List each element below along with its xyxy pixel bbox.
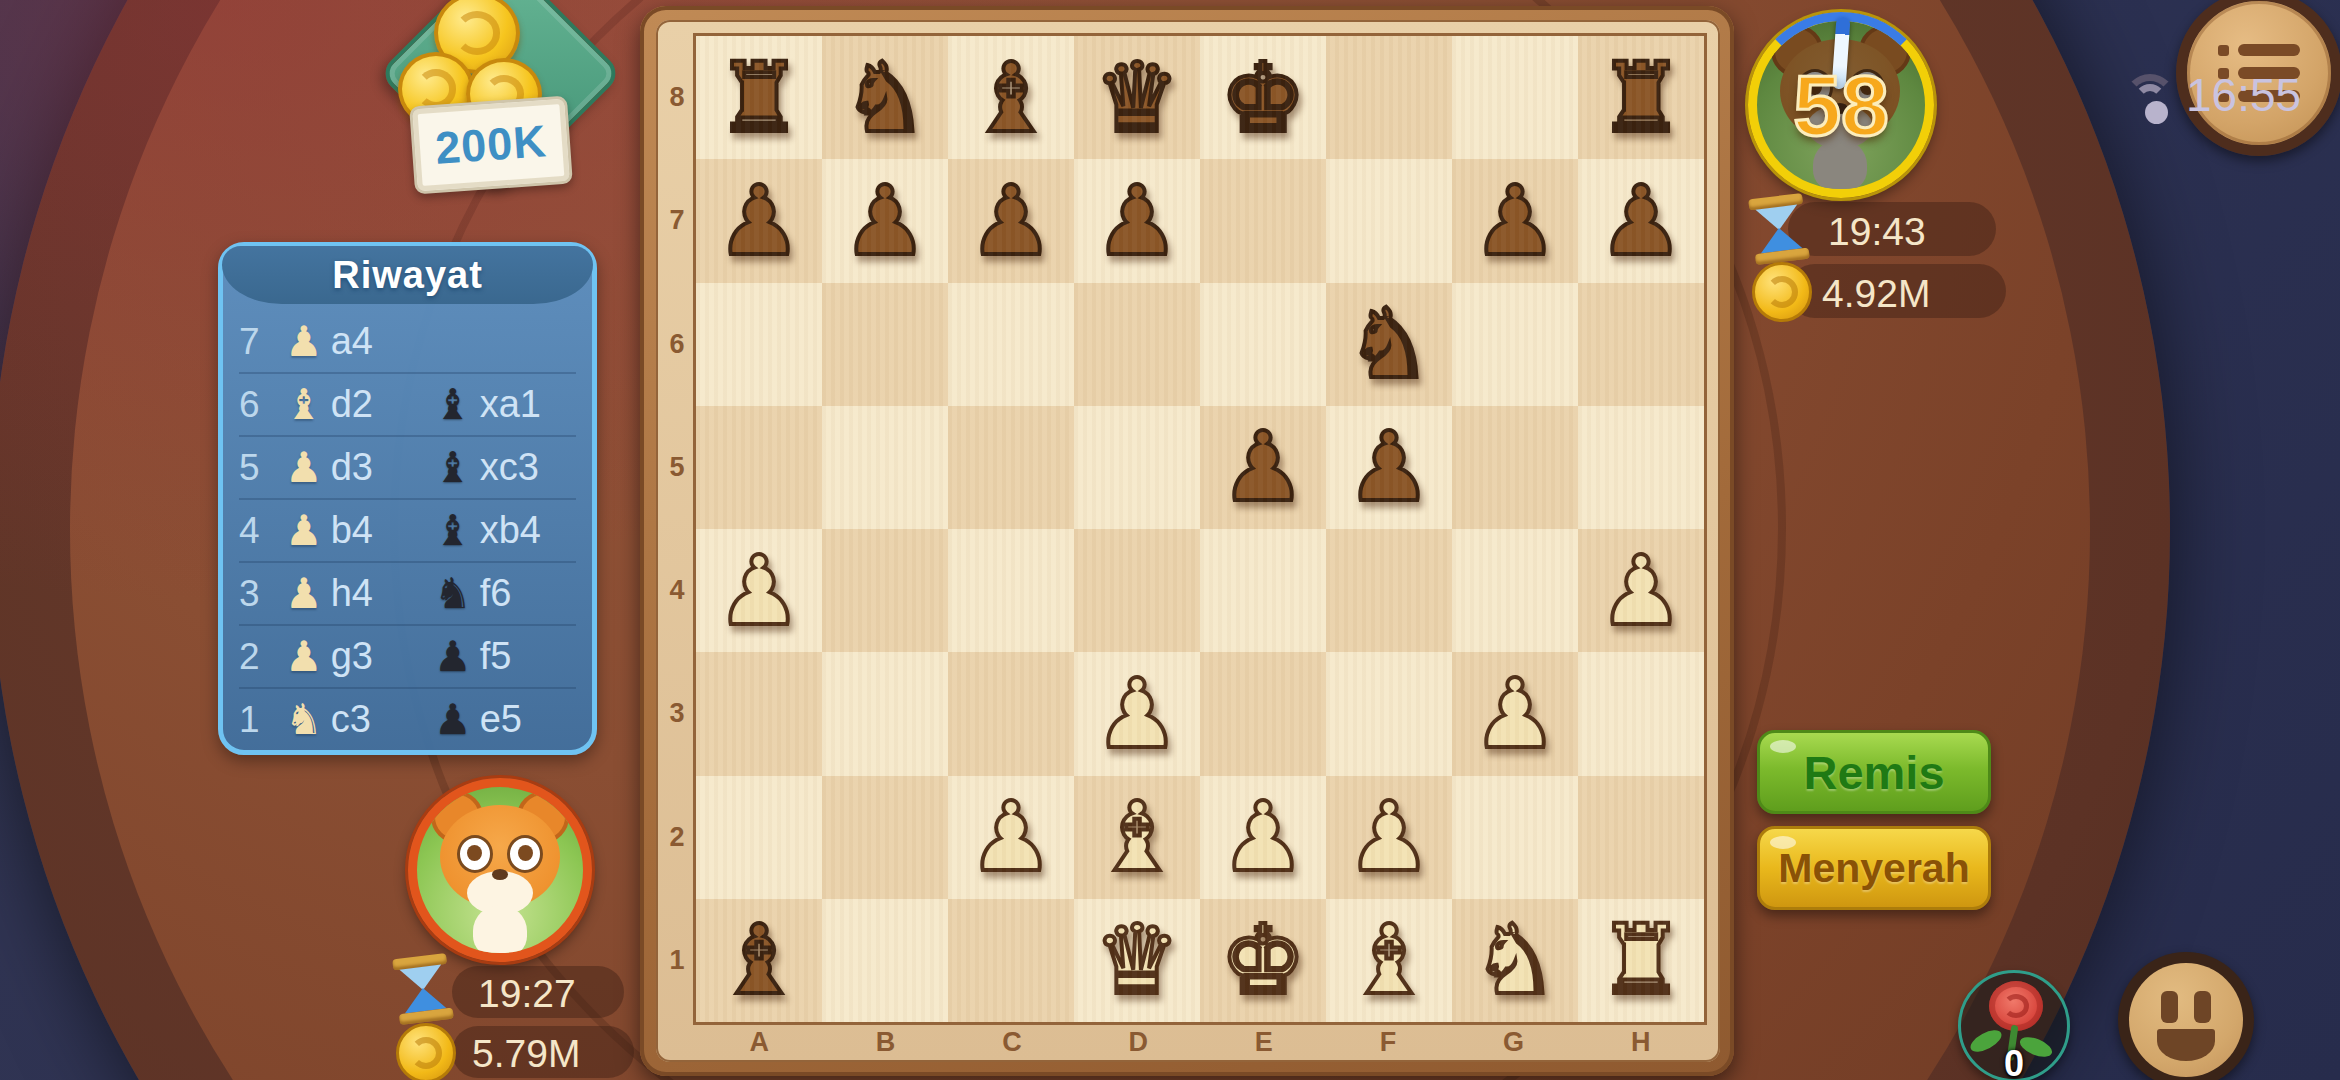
square-h7[interactable]: ♟ [1578,159,1704,282]
square-a6[interactable] [696,283,822,406]
hourglass-icon [1748,193,1810,265]
black-pawn[interactable]: ♟ [1074,159,1200,282]
square-c2[interactable]: ♟ [948,776,1074,899]
square-d2[interactable]: ♝ [1074,776,1200,899]
square-b2[interactable] [822,776,948,899]
square-a3[interactable] [696,652,822,775]
history-title: Riwayat [332,254,483,297]
history-header: Riwayat [222,246,593,304]
move-number: 5 [239,447,285,489]
square-d6[interactable] [1074,283,1200,406]
square-g6[interactable] [1452,283,1578,406]
coin-icon [396,1023,456,1080]
black-move: ♞f6 [434,572,576,615]
wifi-icon [2124,74,2176,118]
file-label-f: F [1380,1027,1397,1058]
white-pawn[interactable]: ♟ [1326,776,1452,899]
square-f1[interactable]: ♝ [1326,899,1452,1022]
opponent-money: 4.92M [1822,272,1930,316]
black-pawn[interactable]: ♟ [1326,406,1452,529]
tiger-avatar-image [417,787,583,953]
square-b6[interactable] [822,283,948,406]
move-number: 3 [239,573,285,615]
white-pawn-icon: ♟ [285,636,323,678]
move-san: d2 [331,383,373,426]
opponent-timer: 19:43 [1828,210,1926,254]
square-b5[interactable] [822,406,948,529]
hourglass-icon [392,953,454,1025]
move-san: a4 [331,320,373,363]
move-san: f6 [480,572,512,615]
square-d1[interactable]: ♛ [1074,899,1200,1022]
rank-label-6: 6 [669,329,684,360]
white-pawn[interactable]: ♟ [948,776,1074,899]
black-knight[interactable]: ♞ [1326,283,1452,406]
white-move: ♟b4 [285,509,434,552]
file-label-c: C [1002,1027,1022,1058]
board-squares: ♜♞♝♛♚♜♟♟♟♟♟♟♞♟♟♟♟♟♟♟♝♟♟♝♛♚♝♞♜ [696,36,1704,1022]
white-bishop[interactable]: ♝ [1074,776,1200,899]
square-f7[interactable] [1326,159,1452,282]
white-pawn-icon: ♟ [285,510,323,552]
white-move: ♟d3 [285,446,434,489]
white-knight-icon: ♞ [285,699,323,741]
square-c4[interactable] [948,529,1074,652]
chess-board: 87654321 ABCDEFGH ♜♞♝♛♚♜♟♟♟♟♟♟♞♟♟♟♟♟♟♟♝♟… [640,6,1734,1076]
stake-badge: 200K [330,0,620,200]
rose-gift-button[interactable]: 0 [1958,970,2070,1080]
square-h1[interactable]: ♜ [1578,899,1704,1022]
move-number: 4 [239,510,285,552]
emote-button[interactable] [2118,952,2254,1080]
rank-labels: 87654321 [660,36,694,1022]
black-pawn[interactable]: ♟ [696,159,822,282]
move-history-panel: Riwayat 7♟a46♝d2♝xa15♟d3♝xc34♟b4♝xb43♟h4… [218,242,597,755]
square-c6[interactable] [948,283,1074,406]
move-row-2: 2♟g3♟f5 [239,626,576,689]
white-pawn[interactable]: ♟ [696,529,822,652]
square-a7[interactable]: ♟ [696,159,822,282]
player-avatar[interactable] [408,778,592,962]
white-pawn[interactable]: ♟ [1452,652,1578,775]
square-b3[interactable] [822,652,948,775]
square-e4[interactable] [1200,529,1326,652]
black-knight[interactable]: ♞ [822,36,948,159]
square-h8[interactable]: ♜ [1578,36,1704,159]
resign-button[interactable]: Menyerah [1757,826,1991,910]
square-b7[interactable]: ♟ [822,159,948,282]
black-pawn[interactable]: ♟ [1200,406,1326,529]
black-move: ♝xa1 [434,383,576,426]
white-knight[interactable]: ♞ [1452,899,1578,1022]
opponent-avatar[interactable]: 58 [1748,12,1934,198]
file-label-b: B [876,1027,896,1058]
black-knight-icon: ♞ [434,573,472,615]
opponent-level: 58 [1757,21,1925,189]
rose-count: 0 [1961,1043,2067,1080]
move-san: b4 [331,509,373,552]
move-san: xc3 [480,446,539,489]
square-e6[interactable] [1200,283,1326,406]
square-c7[interactable]: ♟ [948,159,1074,282]
square-g2[interactable] [1452,776,1578,899]
square-c8[interactable]: ♝ [948,36,1074,159]
white-move: ♟g3 [285,635,434,678]
rose-icon [1989,981,2043,1031]
white-pawn-icon: ♟ [285,447,323,489]
move-row-1: 1♞c3♟e5 [239,689,576,750]
white-move: ♟h4 [285,572,434,615]
file-label-a: A [749,1027,769,1058]
white-bishop[interactable]: ♝ [1326,899,1452,1022]
square-f5[interactable]: ♟ [1326,406,1452,529]
white-rook[interactable]: ♜ [1578,899,1704,1022]
game-screen: 200K Riwayat 7♟a46♝d2♝xa15♟d3♝xc34♟b4♝xb… [0,0,2340,1080]
move-san: h4 [331,572,373,615]
system-clock: 16:55 [2186,68,2301,122]
square-g5[interactable] [1452,406,1578,529]
white-move: ♞c3 [285,698,434,741]
square-h5[interactable] [1578,406,1704,529]
square-d8[interactable]: ♛ [1074,36,1200,159]
square-e5[interactable]: ♟ [1200,406,1326,529]
square-c1[interactable] [948,899,1074,1022]
square-e8[interactable]: ♚ [1200,36,1326,159]
square-f8[interactable] [1326,36,1452,159]
move-row-5: 5♟d3♝xc3 [239,437,576,500]
white-pawn[interactable]: ♟ [1578,529,1704,652]
square-a8[interactable]: ♜ [696,36,822,159]
white-move: ♝d2 [285,383,434,426]
square-e3[interactable] [1200,652,1326,775]
black-move: ♝xc3 [434,446,576,489]
square-h6[interactable] [1578,283,1704,406]
move-row-7: 7♟a4 [239,311,576,374]
player-timer: 19:27 [478,972,576,1016]
square-f2[interactable]: ♟ [1326,776,1452,899]
square-a4[interactable]: ♟ [696,529,822,652]
move-number: 2 [239,636,285,678]
black-move: ♝xb4 [434,509,576,552]
rank-label-2: 2 [669,822,684,853]
black-bishop[interactable]: ♝ [948,36,1074,159]
square-g3[interactable]: ♟ [1452,652,1578,775]
black-pawn[interactable]: ♟ [948,159,1074,282]
square-d4[interactable] [1074,529,1200,652]
rank-label-7: 7 [669,205,684,236]
black-bishop-icon: ♝ [434,510,472,552]
move-row-6: 6♝d2♝xa1 [239,374,576,437]
black-bishop[interactable]: ♝ [696,899,822,1022]
black-pawn[interactable]: ♟ [1452,159,1578,282]
black-queen[interactable]: ♛ [1074,36,1200,159]
move-number: 6 [239,384,285,426]
black-rook[interactable]: ♜ [1578,36,1704,159]
square-h2[interactable] [1578,776,1704,899]
square-g1[interactable]: ♞ [1452,899,1578,1022]
square-c5[interactable] [948,406,1074,529]
square-f3[interactable] [1326,652,1452,775]
square-e1[interactable]: ♚ [1200,899,1326,1022]
file-labels: ABCDEFGH [696,1024,1704,1060]
square-g7[interactable]: ♟ [1452,159,1578,282]
square-a1[interactable]: ♝ [696,899,822,1022]
square-d5[interactable] [1074,406,1200,529]
rank-label-4: 4 [669,575,684,606]
black-king[interactable]: ♚ [1200,36,1326,159]
move-san: g3 [331,635,373,678]
file-label-d: D [1129,1027,1149,1058]
file-label-g: G [1503,1027,1524,1058]
move-san: e5 [480,698,522,741]
white-pawn-icon: ♟ [285,321,323,363]
move-san: xa1 [480,383,541,426]
square-a5[interactable] [696,406,822,529]
move-san: d3 [331,446,373,489]
square-c3[interactable] [948,652,1074,775]
black-bishop-icon: ♝ [434,447,472,489]
white-pawn[interactable]: ♟ [1074,652,1200,775]
board-margin: 87654321 ABCDEFGH ♜♞♝♛♚♜♟♟♟♟♟♟♞♟♟♟♟♟♟♟♝♟… [656,20,1720,1062]
move-san: xb4 [480,509,541,552]
move-number: 1 [239,699,285,741]
stake-label: 200K [409,96,573,195]
square-b1[interactable] [822,899,948,1022]
black-pawn-icon: ♟ [434,636,472,678]
square-d3[interactable]: ♟ [1074,652,1200,775]
black-pawn[interactable]: ♟ [822,159,948,282]
white-pawn[interactable]: ♟ [1200,776,1326,899]
square-b4[interactable] [822,529,948,652]
draw-button[interactable]: Remis [1757,730,1991,814]
file-label-h: H [1631,1027,1651,1058]
black-pawn-icon: ♟ [434,699,472,741]
black-bishop-icon: ♝ [434,384,472,426]
white-move: ♟a4 [285,320,434,363]
rank-label-1: 1 [669,945,684,976]
square-e2[interactable]: ♟ [1200,776,1326,899]
black-move: ♟e5 [434,698,576,741]
black-move: ♟f5 [434,635,576,678]
rank-label-3: 3 [669,698,684,729]
square-e7[interactable] [1200,159,1326,282]
draw-button-label: Remis [1803,745,1944,800]
player-money: 5.79M [472,1032,580,1076]
black-rook[interactable]: ♜ [696,36,822,159]
square-h4[interactable]: ♟ [1578,529,1704,652]
coin-icon [1752,262,1812,322]
white-queen[interactable]: ♛ [1074,899,1200,1022]
smiley-icon [2129,963,2243,1077]
white-pawn-icon: ♟ [285,573,323,615]
move-san: c3 [331,698,371,741]
move-number: 7 [239,321,285,363]
move-row-4: 4♟b4♝xb4 [239,500,576,563]
resign-button-label: Menyerah [1778,845,1969,892]
square-f6[interactable]: ♞ [1326,283,1452,406]
black-pawn[interactable]: ♟ [1578,159,1704,282]
square-h3[interactable] [1578,652,1704,775]
move-san: f5 [480,635,512,678]
square-a2[interactable] [696,776,822,899]
move-row-3: 3♟h4♞f6 [239,563,576,626]
rank-label-8: 8 [669,82,684,113]
move-list: 7♟a46♝d2♝xa15♟d3♝xc34♟b4♝xb43♟h4♞f62♟g3♟… [239,311,576,740]
square-b8[interactable]: ♞ [822,36,948,159]
square-f4[interactable] [1326,529,1452,652]
square-d7[interactable]: ♟ [1074,159,1200,282]
rank-label-5: 5 [669,452,684,483]
square-g8[interactable] [1452,36,1578,159]
square-g4[interactable] [1452,529,1578,652]
stake-amount: 200K [434,115,549,175]
white-king[interactable]: ♚ [1200,899,1326,1022]
white-bishop-icon: ♝ [285,384,323,426]
file-label-e: E [1255,1027,1273,1058]
